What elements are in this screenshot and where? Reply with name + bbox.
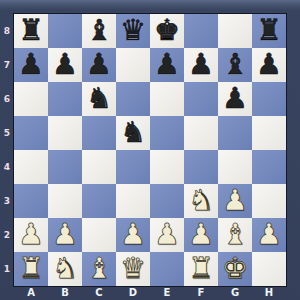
square-a6[interactable] xyxy=(14,82,48,116)
square-a7[interactable]: ♟ xyxy=(14,48,48,82)
square-h3[interactable] xyxy=(252,184,286,218)
square-f3[interactable]: ♞ xyxy=(184,184,218,218)
white-knight-f3[interactable]: ♞ xyxy=(184,184,218,218)
square-c1[interactable]: ♝ xyxy=(82,252,116,286)
square-g1[interactable]: ♚ xyxy=(218,252,252,286)
square-f8[interactable] xyxy=(184,14,218,48)
file-label-f: F xyxy=(184,287,218,300)
square-b3[interactable] xyxy=(48,184,82,218)
square-e7[interactable]: ♟ xyxy=(150,48,184,82)
file-label-a: A xyxy=(14,287,48,300)
rank-label-2: 2 xyxy=(0,218,14,252)
black-queen-d8[interactable]: ♛ xyxy=(116,14,150,48)
square-g8[interactable] xyxy=(218,14,252,48)
black-king-e8[interactable]: ♚ xyxy=(150,14,184,48)
black-pawn-g6[interactable]: ♟ xyxy=(218,82,252,116)
square-b2[interactable]: ♟ xyxy=(48,218,82,252)
square-a2[interactable]: ♟ xyxy=(14,218,48,252)
square-c4[interactable] xyxy=(82,150,116,184)
square-e2[interactable]: ♟ xyxy=(150,218,184,252)
square-d4[interactable] xyxy=(116,150,150,184)
rank-label-1: 1 xyxy=(0,252,14,286)
square-h7[interactable]: ♟ xyxy=(252,48,286,82)
black-bishop-c8[interactable]: ♝ xyxy=(82,14,116,48)
square-g6[interactable]: ♟ xyxy=(218,82,252,116)
square-a3[interactable] xyxy=(14,184,48,218)
square-e6[interactable] xyxy=(150,82,184,116)
file-label-d: D xyxy=(116,287,150,300)
square-h5[interactable] xyxy=(252,116,286,150)
rank-label-8: 8 xyxy=(0,14,14,48)
square-f1[interactable]: ♜ xyxy=(184,252,218,286)
white-bishop-g2[interactable]: ♝ xyxy=(218,218,252,252)
square-f2[interactable]: ♟ xyxy=(184,218,218,252)
square-g5[interactable] xyxy=(218,116,252,150)
black-knight-c6[interactable]: ♞ xyxy=(82,82,116,116)
square-e3[interactable] xyxy=(150,184,184,218)
square-c5[interactable] xyxy=(82,116,116,150)
square-d1[interactable]: ♛ xyxy=(116,252,150,286)
rank-label-7: 7 xyxy=(0,48,14,82)
square-d2[interactable]: ♟ xyxy=(116,218,150,252)
rank-label-5: 5 xyxy=(0,116,14,150)
file-label-c: C xyxy=(82,287,116,300)
square-d5[interactable]: ♞ xyxy=(116,116,150,150)
black-pawn-f7[interactable]: ♟ xyxy=(184,48,218,82)
file-label-b: B xyxy=(48,287,82,300)
square-c6[interactable]: ♞ xyxy=(82,82,116,116)
square-h4[interactable] xyxy=(252,150,286,184)
square-h8[interactable]: ♜ xyxy=(252,14,286,48)
white-bishop-c1[interactable]: ♝ xyxy=(82,252,116,286)
chess-diagram: ♜♝♛♚♜♟♟♟♟♟♝♟♞♟♞♞♟♟♟♟♟♟♝♟♜♞♝♛♜♚ 87654321 … xyxy=(0,0,300,300)
black-bishop-g7[interactable]: ♝ xyxy=(218,48,252,82)
square-a8[interactable]: ♜ xyxy=(14,14,48,48)
square-e1[interactable] xyxy=(150,252,184,286)
square-g3[interactable]: ♟ xyxy=(218,184,252,218)
chess-board: ♜♝♛♚♜♟♟♟♟♟♝♟♞♟♞♞♟♟♟♟♟♟♝♟♜♞♝♛♜♚ xyxy=(14,14,286,286)
square-f6[interactable] xyxy=(184,82,218,116)
square-g2[interactable]: ♝ xyxy=(218,218,252,252)
square-b7[interactable]: ♟ xyxy=(48,48,82,82)
file-label-g: G xyxy=(218,287,252,300)
square-g4[interactable] xyxy=(218,150,252,184)
rank-label-6: 6 xyxy=(0,82,14,116)
black-pawn-h7[interactable]: ♟ xyxy=(252,48,286,82)
black-pawn-c7[interactable]: ♟ xyxy=(82,48,116,82)
white-pawn-b2[interactable]: ♟ xyxy=(48,218,82,252)
black-pawn-b7[interactable]: ♟ xyxy=(48,48,82,82)
square-b1[interactable]: ♞ xyxy=(48,252,82,286)
white-king-g1[interactable]: ♚ xyxy=(218,252,252,286)
white-queen-d1[interactable]: ♛ xyxy=(116,252,150,286)
square-d6[interactable] xyxy=(116,82,150,116)
black-knight-d5[interactable]: ♞ xyxy=(116,116,150,150)
black-pawn-a7[interactable]: ♟ xyxy=(14,48,48,82)
rank-label-4: 4 xyxy=(0,150,14,184)
square-b8[interactable] xyxy=(48,14,82,48)
square-e5[interactable] xyxy=(150,116,184,150)
white-pawn-d2[interactable]: ♟ xyxy=(116,218,150,252)
square-d8[interactable]: ♛ xyxy=(116,14,150,48)
black-rook-h8[interactable]: ♜ xyxy=(252,14,286,48)
square-e8[interactable]: ♚ xyxy=(150,14,184,48)
square-e4[interactable] xyxy=(150,150,184,184)
square-c7[interactable]: ♟ xyxy=(82,48,116,82)
square-a1[interactable]: ♜ xyxy=(14,252,48,286)
square-h2[interactable]: ♟ xyxy=(252,218,286,252)
white-pawn-h2[interactable]: ♟ xyxy=(252,218,286,252)
square-d3[interactable] xyxy=(116,184,150,218)
square-f4[interactable] xyxy=(184,150,218,184)
black-rook-a8[interactable]: ♜ xyxy=(14,14,48,48)
square-h6[interactable] xyxy=(252,82,286,116)
white-knight-b1[interactable]: ♞ xyxy=(48,252,82,286)
square-f5[interactable] xyxy=(184,116,218,150)
square-a5[interactable] xyxy=(14,116,48,150)
white-pawn-a2[interactable]: ♟ xyxy=(14,218,48,252)
square-b4[interactable] xyxy=(48,150,82,184)
square-c8[interactable]: ♝ xyxy=(82,14,116,48)
white-rook-a1[interactable]: ♜ xyxy=(14,252,48,286)
square-a4[interactable] xyxy=(14,150,48,184)
file-label-h: H xyxy=(252,287,286,300)
square-h1[interactable] xyxy=(252,252,286,286)
black-pawn-e7[interactable]: ♟ xyxy=(150,48,184,82)
file-label-e: E xyxy=(150,287,184,300)
square-f7[interactable]: ♟ xyxy=(184,48,218,82)
white-pawn-f2[interactable]: ♟ xyxy=(184,218,218,252)
white-rook-f1[interactable]: ♜ xyxy=(184,252,218,286)
square-d7[interactable] xyxy=(116,48,150,82)
square-b6[interactable] xyxy=(48,82,82,116)
square-c2[interactable] xyxy=(82,218,116,252)
square-g7[interactable]: ♝ xyxy=(218,48,252,82)
white-pawn-g3[interactable]: ♟ xyxy=(218,184,252,218)
square-b5[interactable] xyxy=(48,116,82,150)
white-pawn-e2[interactable]: ♟ xyxy=(150,218,184,252)
rank-label-3: 3 xyxy=(0,184,14,218)
square-c3[interactable] xyxy=(82,184,116,218)
